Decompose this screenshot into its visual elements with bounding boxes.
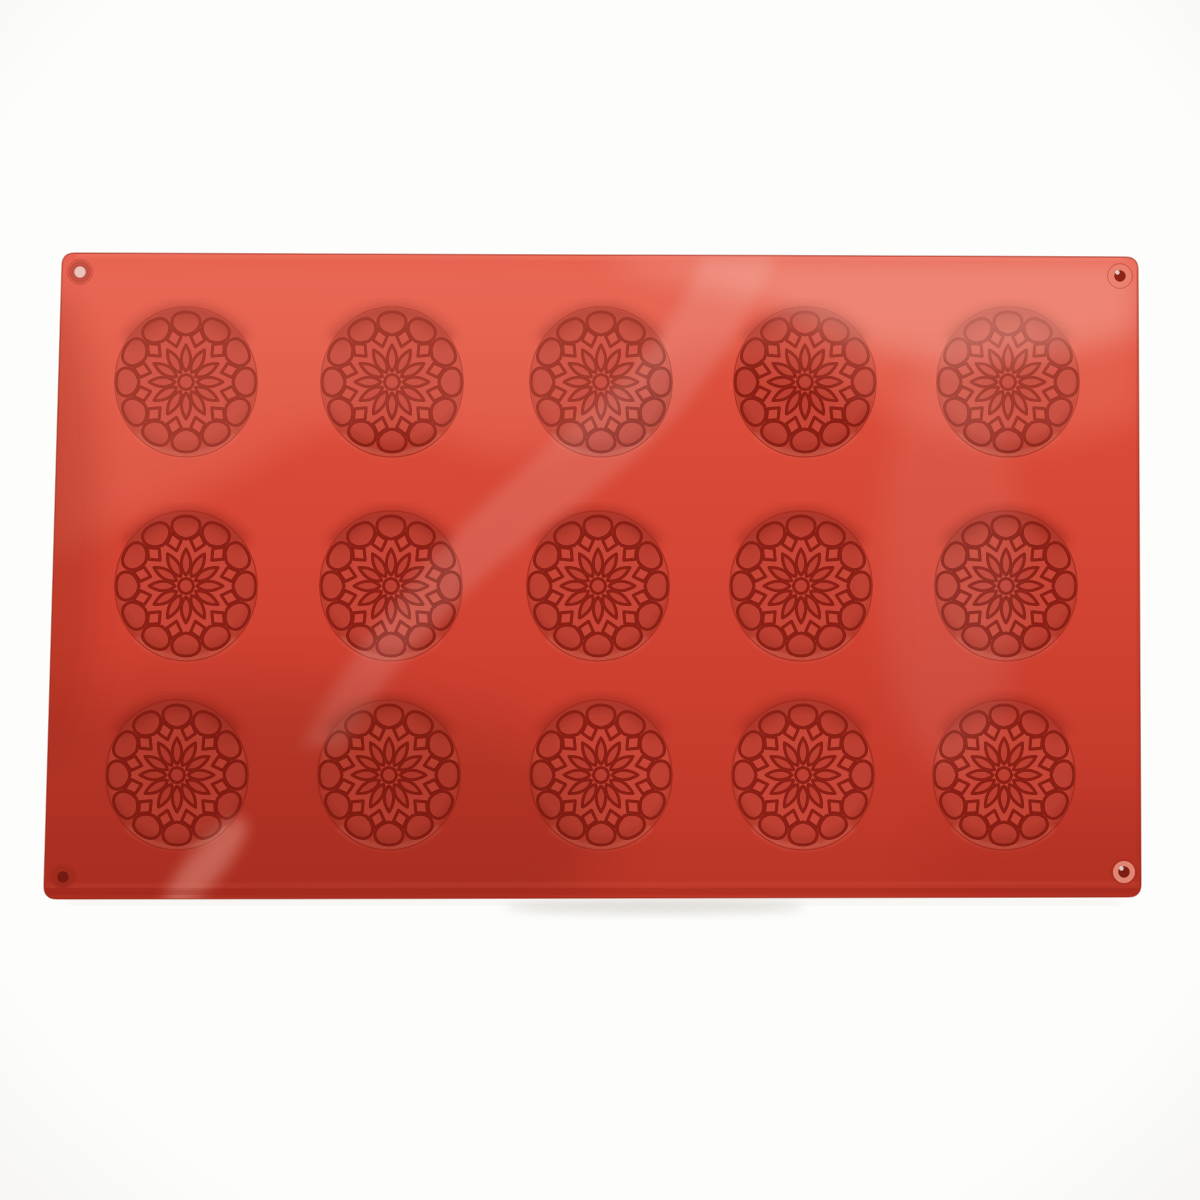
hole-glint [1119, 866, 1123, 870]
product-photo [0, 0, 1200, 1200]
cavity-r2c3 [527, 511, 669, 661]
corner-hole-4 [1112, 860, 1137, 885]
under-shadow-line [70, 899, 1120, 904]
cavity-r2c1 [115, 511, 257, 661]
gloss-streak-vertical [880, 350, 1020, 770]
hole-glint [1115, 270, 1119, 274]
corner-hole-1 [68, 260, 93, 285]
corner-hole-2 [1108, 264, 1133, 289]
cavity-r2c4 [730, 511, 872, 661]
corner-hole-3 [51, 865, 76, 890]
bottom-edge-serration-band [45, 890, 1140, 893]
mold-photo-canvas [0, 0, 1200, 1200]
cavity-r3c4 [732, 700, 874, 850]
